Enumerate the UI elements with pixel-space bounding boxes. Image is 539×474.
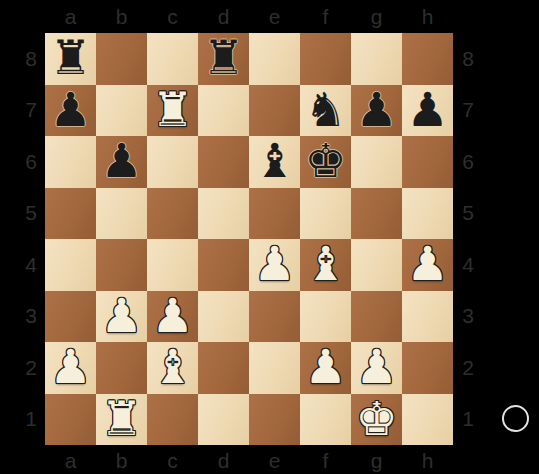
square-h5[interactable] [402,188,453,240]
square-g7[interactable]: ♟ [351,85,402,137]
square-d4[interactable] [198,239,249,291]
piece-black-pawn[interactable]: ♟ [49,86,91,133]
square-f1[interactable] [300,394,351,446]
piece-black-rook[interactable]: ♜ [49,34,91,81]
square-a8[interactable]: ♜ [45,33,96,85]
piece-white-pawn[interactable]: ♟ [253,240,295,287]
coordinate-label: d [198,445,249,474]
square-h6[interactable] [402,136,453,188]
white-to-move-indicator [502,405,529,432]
coordinate-label: a [45,0,96,33]
square-h8[interactable] [402,33,453,85]
piece-white-rook[interactable]: ♜ [151,86,193,133]
coordinate-label: 7 [0,85,45,137]
square-b3[interactable]: ♟ [96,291,147,343]
coordinate-label: h [402,0,453,33]
square-b4[interactable] [96,239,147,291]
rank-labels-left: 87654321 [0,33,45,445]
coordinate-label: e [249,445,300,474]
coordinate-label: 8 [453,33,483,85]
coordinate-label: 4 [0,239,45,291]
piece-white-pawn[interactable]: ♟ [49,343,91,390]
coordinate-label: c [147,445,198,474]
square-g5[interactable] [351,188,402,240]
chess-diagram: abcdefgh abcdefgh 87654321 87654321 ♜♜♟♜… [0,0,539,474]
coordinate-label: c [147,0,198,33]
coordinate-label: 1 [0,394,45,446]
coordinate-label: 2 [453,342,483,394]
square-g4[interactable] [351,239,402,291]
square-b7[interactable] [96,85,147,137]
square-h7[interactable]: ♟ [402,85,453,137]
square-c3[interactable]: ♟ [147,291,198,343]
square-e5[interactable] [249,188,300,240]
coordinate-label: e [249,0,300,33]
square-c1[interactable] [147,394,198,446]
square-a2[interactable]: ♟ [45,342,96,394]
square-c7[interactable]: ♜ [147,85,198,137]
square-h2[interactable] [402,342,453,394]
square-h4[interactable]: ♟ [402,239,453,291]
piece-white-king[interactable]: ♚ [355,395,397,442]
square-f5[interactable] [300,188,351,240]
square-a5[interactable] [45,188,96,240]
square-f3[interactable] [300,291,351,343]
piece-black-pawn[interactable]: ♟ [406,86,448,133]
coordinate-label: 3 [0,291,45,343]
piece-black-knight[interactable]: ♞ [304,86,346,133]
square-g1[interactable]: ♚ [351,394,402,446]
coordinate-label: g [351,445,402,474]
square-d3[interactable] [198,291,249,343]
square-a7[interactable]: ♟ [45,85,96,137]
square-h1[interactable] [402,394,453,446]
piece-white-bishop[interactable]: ♝ [304,240,346,287]
piece-white-bishop[interactable]: ♝ [151,343,193,390]
piece-black-bishop[interactable]: ♝ [253,137,295,184]
chess-board: ♜♜♟♜♞♟♟♟♝♚♟♝♟♟♟♟♝♟♟♜♚ [45,33,453,445]
file-labels-top: abcdefgh [45,0,453,33]
coordinate-label: 1 [453,394,483,446]
coordinate-label: f [300,0,351,33]
coordinate-label: b [96,445,147,474]
coordinate-label: f [300,445,351,474]
coordinate-label: 5 [453,188,483,240]
coordinate-label: 8 [0,33,45,85]
square-f7[interactable]: ♞ [300,85,351,137]
piece-white-pawn[interactable]: ♟ [151,292,193,339]
coordinate-label: g [351,0,402,33]
piece-black-king[interactable]: ♚ [304,137,346,184]
square-h3[interactable] [402,291,453,343]
square-b5[interactable] [96,188,147,240]
square-d7[interactable] [198,85,249,137]
square-e2[interactable] [249,342,300,394]
square-f2[interactable]: ♟ [300,342,351,394]
square-a4[interactable] [45,239,96,291]
square-d6[interactable] [198,136,249,188]
square-d8[interactable]: ♜ [198,33,249,85]
square-d1[interactable] [198,394,249,446]
piece-black-pawn[interactable]: ♟ [355,86,397,133]
square-c5[interactable] [147,188,198,240]
coordinate-label: 6 [453,136,483,188]
coordinate-label: d [198,0,249,33]
square-a6[interactable] [45,136,96,188]
square-f6[interactable]: ♚ [300,136,351,188]
square-e8[interactable] [249,33,300,85]
coordinate-label: 7 [453,85,483,137]
square-g8[interactable] [351,33,402,85]
square-c6[interactable] [147,136,198,188]
piece-white-pawn[interactable]: ♟ [304,343,346,390]
coordinate-label: h [402,445,453,474]
piece-white-pawn[interactable]: ♟ [100,292,142,339]
square-e3[interactable] [249,291,300,343]
square-e7[interactable] [249,85,300,137]
square-g2[interactable]: ♟ [351,342,402,394]
square-f4[interactable]: ♝ [300,239,351,291]
square-b2[interactable] [96,342,147,394]
coordinate-label: 4 [453,239,483,291]
square-d2[interactable] [198,342,249,394]
coordinate-label: b [96,0,147,33]
piece-white-pawn[interactable]: ♟ [355,343,397,390]
square-e1[interactable] [249,394,300,446]
square-b8[interactable] [96,33,147,85]
file-labels-bottom: abcdefgh [45,445,453,474]
square-e4[interactable]: ♟ [249,239,300,291]
coordinate-label: 2 [0,342,45,394]
square-c8[interactable] [147,33,198,85]
piece-white-pawn[interactable]: ♟ [406,240,448,287]
square-f8[interactable] [300,33,351,85]
coordinate-label: 6 [0,136,45,188]
square-d5[interactable] [198,188,249,240]
square-e6[interactable]: ♝ [249,136,300,188]
square-b1[interactable]: ♜ [96,394,147,446]
square-c2[interactable]: ♝ [147,342,198,394]
piece-black-pawn[interactable]: ♟ [100,137,142,184]
piece-white-rook[interactable]: ♜ [100,395,142,442]
square-b6[interactable]: ♟ [96,136,147,188]
piece-black-rook[interactable]: ♜ [202,34,244,81]
square-g3[interactable] [351,291,402,343]
coordinate-label: 5 [0,188,45,240]
coordinate-label: 3 [453,291,483,343]
square-g6[interactable] [351,136,402,188]
square-c4[interactable] [147,239,198,291]
coordinate-label: a [45,445,96,474]
square-a1[interactable] [45,394,96,446]
square-a3[interactable] [45,291,96,343]
rank-labels-right: 87654321 [453,33,483,445]
